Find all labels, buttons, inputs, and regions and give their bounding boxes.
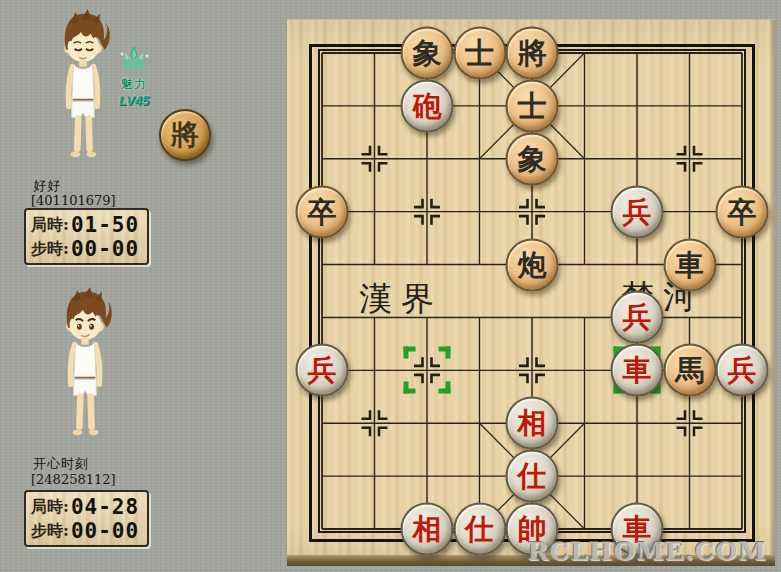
top-player-id: [401101679] <box>31 193 116 208</box>
river-label-left: 漢界 <box>359 282 443 315</box>
piece-相[interactable]: 相 <box>401 503 454 556</box>
watermark: RCLHOME.COM <box>528 537 767 566</box>
piece-仕[interactable]: 仕 <box>506 450 559 503</box>
piece-車[interactable]: 車 <box>611 344 664 397</box>
piece-兵[interactable]: 兵 <box>611 185 664 238</box>
piece-兵[interactable]: 兵 <box>296 344 349 397</box>
bottom-player-clock: 局時: 04-28 步時: 00-00 <box>24 490 149 547</box>
piece-象[interactable]: 象 <box>506 132 559 185</box>
piece-炮[interactable]: 炮 <box>506 238 559 291</box>
move-time-value: 00-00 <box>71 519 139 543</box>
piece-士[interactable]: 士 <box>506 79 559 132</box>
piece-卒[interactable]: 卒 <box>296 185 349 238</box>
piece-馬[interactable]: 馬 <box>663 344 716 397</box>
charm-badge: 魅力 LV45 <box>111 46 157 108</box>
bottom-player-avatar <box>52 282 118 446</box>
top-player-avatar <box>50 4 116 168</box>
move-time-label: 步時: <box>31 521 69 542</box>
piece-士[interactable]: 士 <box>453 27 506 80</box>
bottom-player-id: [248258112] <box>31 472 116 487</box>
piece-兵[interactable]: 兵 <box>611 291 664 344</box>
piece-仕[interactable]: 仕 <box>453 503 506 556</box>
game-time-label: 局時: <box>31 497 69 518</box>
piece-相[interactable]: 相 <box>506 397 559 450</box>
charm-level: LV45 <box>111 93 157 108</box>
piece-砲[interactable]: 砲 <box>401 79 454 132</box>
game-window: 魅力 LV45 將 好好 [401101679] 局時: 01-50 步時: 0… <box>0 0 781 572</box>
piece-兵[interactable]: 兵 <box>716 344 769 397</box>
charm-label: 魅力 <box>111 76 157 93</box>
side-indicator-char: 將 <box>171 121 199 149</box>
piece-車[interactable]: 車 <box>663 238 716 291</box>
game-time-value: 01-50 <box>71 213 139 237</box>
piece-卒[interactable]: 卒 <box>716 185 769 238</box>
game-time-label: 局時: <box>31 215 69 236</box>
game-time-value: 04-28 <box>71 495 139 519</box>
piece-象[interactable]: 象 <box>401 27 454 80</box>
top-player-clock: 局時: 01-50 步時: 00-00 <box>24 208 149 265</box>
last-move-from-marker <box>404 347 451 394</box>
charm-icon <box>114 46 154 72</box>
bottom-player-name: 开心时刻 <box>33 455 89 473</box>
piece-將[interactable]: 將 <box>506 27 559 80</box>
move-time-label: 步時: <box>31 239 69 260</box>
move-time-value: 00-00 <box>71 237 139 261</box>
xiangqi-board[interactable]: 漢界 楚河 象士將砲士象卒兵卒炮車兵兵車馬兵相仕相仕帥車 RCLHOME.COM <box>287 19 775 566</box>
side-indicator-piece: 將 <box>159 109 211 161</box>
